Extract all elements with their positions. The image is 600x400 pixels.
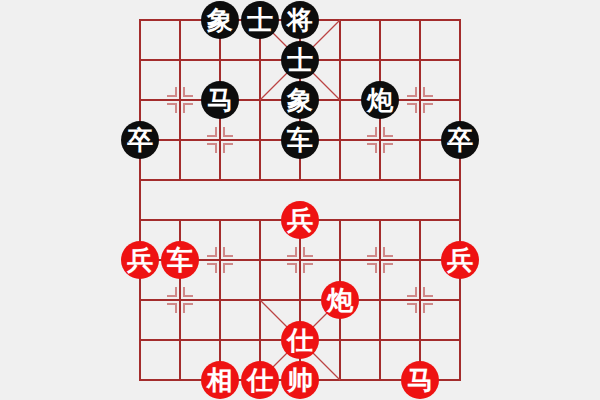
intersection-1-6[interactable]: 车 (160, 240, 200, 280)
intersection-5-2[interactable] (320, 80, 360, 120)
intersection-2-8[interactable] (200, 320, 240, 360)
intersection-4-4[interactable] (280, 160, 320, 200)
intersection-6-2[interactable]: 炮 (360, 80, 400, 120)
piece-black-elephant[interactable]: 象 (201, 1, 239, 39)
piece-black-horse[interactable]: 马 (201, 81, 239, 119)
piece-red-horse[interactable]: 马 (401, 361, 439, 399)
intersection-4-5[interactable]: 兵 (280, 200, 320, 240)
intersection-0-4[interactable] (120, 160, 160, 200)
intersection-4-9[interactable]: 帅 (280, 360, 320, 400)
intersection-5-8[interactable] (320, 320, 360, 360)
piece-red-soldier[interactable]: 兵 (281, 201, 319, 239)
piece-red-cannon[interactable]: 炮 (321, 281, 359, 319)
intersection-0-8[interactable] (120, 320, 160, 360)
intersection-2-9[interactable]: 相 (200, 360, 240, 400)
xiangqi-screenshot: 象士将士马象炮卒车卒兵兵车兵炮仕相仕帅马 (0, 0, 600, 400)
intersection-3-5[interactable] (240, 200, 280, 240)
intersection-5-7[interactable]: 炮 (320, 280, 360, 320)
intersection-7-4[interactable] (400, 160, 440, 200)
intersection-6-9[interactable] (360, 360, 400, 400)
piece-black-chariot[interactable]: 车 (281, 121, 319, 159)
piece-black-soldier[interactable]: 卒 (121, 121, 159, 159)
intersection-7-5[interactable] (400, 200, 440, 240)
intersection-3-1[interactable] (240, 40, 280, 80)
intersection-1-2[interactable] (160, 80, 200, 120)
intersection-8-0[interactable] (440, 0, 480, 40)
intersection-8-3[interactable]: 卒 (440, 120, 480, 160)
intersection-4-0[interactable]: 将 (280, 0, 320, 40)
piece-black-advisor[interactable]: 士 (281, 41, 319, 79)
intersection-4-6[interactable] (280, 240, 320, 280)
intersection-5-6[interactable] (320, 240, 360, 280)
intersection-5-5[interactable] (320, 200, 360, 240)
intersection-0-6[interactable]: 兵 (120, 240, 160, 280)
intersection-7-1[interactable] (400, 40, 440, 80)
piece-red-general[interactable]: 帅 (281, 361, 319, 399)
intersection-1-3[interactable] (160, 120, 200, 160)
intersection-2-1[interactable] (200, 40, 240, 80)
piece-black-elephant[interactable]: 象 (281, 81, 319, 119)
intersection-7-2[interactable] (400, 80, 440, 120)
piece-red-elephant[interactable]: 相 (201, 361, 239, 399)
intersection-4-1[interactable]: 士 (280, 40, 320, 80)
intersection-0-1[interactable] (120, 40, 160, 80)
intersection-0-7[interactable] (120, 280, 160, 320)
intersection-8-4[interactable] (440, 160, 480, 200)
intersection-0-2[interactable] (120, 80, 160, 120)
intersection-5-3[interactable] (320, 120, 360, 160)
intersection-4-3[interactable]: 车 (280, 120, 320, 160)
intersection-5-1[interactable] (320, 40, 360, 80)
intersection-3-2[interactable] (240, 80, 280, 120)
intersection-6-3[interactable] (360, 120, 400, 160)
intersection-5-0[interactable] (320, 0, 360, 40)
intersection-0-5[interactable] (120, 200, 160, 240)
intersection-0-3[interactable]: 卒 (120, 120, 160, 160)
piece-red-soldier[interactable]: 兵 (121, 241, 159, 279)
intersection-7-8[interactable] (400, 320, 440, 360)
intersection-1-1[interactable] (160, 40, 200, 80)
intersection-7-7[interactable] (400, 280, 440, 320)
intersection-7-3[interactable] (400, 120, 440, 160)
intersection-8-1[interactable] (440, 40, 480, 80)
intersection-2-5[interactable] (200, 200, 240, 240)
intersection-4-8[interactable]: 仕 (280, 320, 320, 360)
intersection-6-7[interactable] (360, 280, 400, 320)
piece-black-soldier[interactable]: 卒 (441, 121, 479, 159)
intersection-6-6[interactable] (360, 240, 400, 280)
piece-black-advisor[interactable]: 士 (241, 1, 279, 39)
intersection-7-6[interactable] (400, 240, 440, 280)
intersection-1-7[interactable] (160, 280, 200, 320)
intersection-8-6[interactable]: 兵 (440, 240, 480, 280)
intersection-5-9[interactable] (320, 360, 360, 400)
intersection-6-1[interactable] (360, 40, 400, 80)
intersection-5-4[interactable] (320, 160, 360, 200)
intersection-3-6[interactable] (240, 240, 280, 280)
intersection-3-7[interactable] (240, 280, 280, 320)
intersection-3-8[interactable] (240, 320, 280, 360)
intersection-1-9[interactable] (160, 360, 200, 400)
intersection-7-0[interactable] (400, 0, 440, 40)
intersection-0-0[interactable] (120, 0, 160, 40)
piece-red-advisor[interactable]: 仕 (241, 361, 279, 399)
intersection-7-9[interactable]: 马 (400, 360, 440, 400)
intersection-2-4[interactable] (200, 160, 240, 200)
intersection-8-8[interactable] (440, 320, 480, 360)
piece-red-soldier[interactable]: 兵 (441, 241, 479, 279)
intersection-4-2[interactable]: 象 (280, 80, 320, 120)
xiangqi-board[interactable]: 象士将士马象炮卒车卒兵兵车兵炮仕相仕帅马 (0, 0, 600, 400)
intersection-1-0[interactable] (160, 0, 200, 40)
intersection-2-3[interactable] (200, 120, 240, 160)
intersection-3-3[interactable] (240, 120, 280, 160)
intersection-3-4[interactable] (240, 160, 280, 200)
intersection-2-0[interactable]: 象 (200, 0, 240, 40)
board-intersection-grid[interactable]: 象士将士马象炮卒车卒兵兵车兵炮仕相仕帅马 (120, 0, 480, 400)
intersection-1-5[interactable] (160, 200, 200, 240)
intersection-3-0[interactable]: 士 (240, 0, 280, 40)
intersection-8-5[interactable] (440, 200, 480, 240)
piece-black-general[interactable]: 将 (281, 1, 319, 39)
intersection-1-8[interactable] (160, 320, 200, 360)
intersection-6-4[interactable] (360, 160, 400, 200)
piece-black-cannon[interactable]: 炮 (361, 81, 399, 119)
intersection-6-0[interactable] (360, 0, 400, 40)
intersection-2-2[interactable]: 马 (200, 80, 240, 120)
intersection-8-2[interactable] (440, 80, 480, 120)
piece-red-chariot[interactable]: 车 (161, 241, 199, 279)
intersection-2-7[interactable] (200, 280, 240, 320)
intersection-6-5[interactable] (360, 200, 400, 240)
intersection-6-8[interactable] (360, 320, 400, 360)
intersection-8-9[interactable] (440, 360, 480, 400)
piece-red-advisor[interactable]: 仕 (281, 321, 319, 359)
intersection-2-6[interactable] (200, 240, 240, 280)
intersection-4-7[interactable] (280, 280, 320, 320)
intersection-1-4[interactable] (160, 160, 200, 200)
intersection-3-9[interactable]: 仕 (240, 360, 280, 400)
intersection-0-9[interactable] (120, 360, 160, 400)
intersection-8-7[interactable] (440, 280, 480, 320)
